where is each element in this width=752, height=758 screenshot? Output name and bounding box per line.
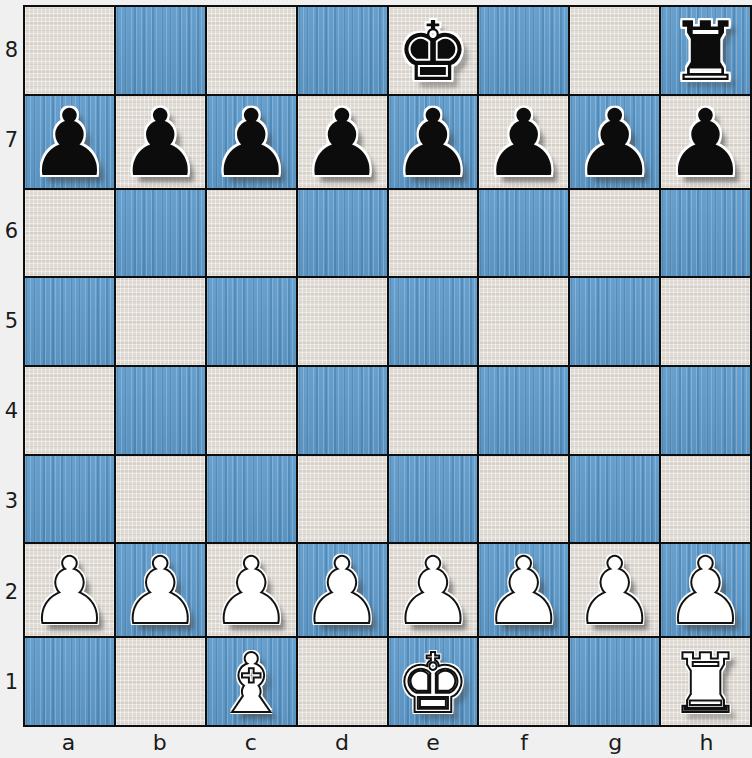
square-b3[interactable] <box>116 456 205 543</box>
black-pawn-g7[interactable]: ♟ <box>573 98 655 190</box>
square-d1[interactable] <box>298 638 387 725</box>
square-e6[interactable] <box>389 190 478 277</box>
white-pawn-f2[interactable]: ♟ <box>483 546 565 638</box>
square-h4[interactable] <box>661 367 750 454</box>
square-a6[interactable] <box>25 190 114 277</box>
square-d5[interactable] <box>298 278 387 365</box>
square-f7[interactable]: ♟ <box>479 96 568 188</box>
black-pawn-d7[interactable]: ♟ <box>301 98 383 190</box>
square-e3[interactable] <box>389 456 478 543</box>
square-d2[interactable]: ♟ <box>298 544 387 636</box>
black-pawn-f7[interactable]: ♟ <box>483 98 565 190</box>
square-f3[interactable] <box>479 456 568 543</box>
square-h7[interactable]: ♟ <box>661 96 750 188</box>
square-h3[interactable] <box>661 456 750 543</box>
square-b7[interactable]: ♟ <box>116 96 205 188</box>
file-coordinates: abcdefgh <box>23 727 752 758</box>
white-pawn-b2[interactable]: ♟ <box>119 546 201 638</box>
white-king-e1[interactable]: ♚ <box>396 643 470 725</box>
rank-label-6: 6 <box>0 186 23 276</box>
white-pawn-g2[interactable]: ♟ <box>573 546 655 638</box>
square-b1[interactable] <box>116 638 205 725</box>
square-d6[interactable] <box>298 190 387 277</box>
square-a4[interactable] <box>25 367 114 454</box>
file-label-e: e <box>388 727 479 758</box>
black-pawn-b7[interactable]: ♟ <box>119 98 201 190</box>
rank-label-8: 8 <box>0 5 23 95</box>
file-label-h: h <box>661 727 752 758</box>
square-a1[interactable] <box>25 638 114 725</box>
rank-label-3: 3 <box>0 456 23 546</box>
file-label-a: a <box>23 727 114 758</box>
file-label-b: b <box>114 727 205 758</box>
square-e7[interactable]: ♟ <box>389 96 478 188</box>
white-bishop-c1[interactable]: ♝ <box>214 643 288 725</box>
square-f6[interactable] <box>479 190 568 277</box>
white-rook-h1[interactable]: ♜ <box>669 643 743 725</box>
square-d8[interactable] <box>298 7 387 94</box>
square-e5[interactable] <box>389 278 478 365</box>
square-c4[interactable] <box>207 367 296 454</box>
square-d4[interactable] <box>298 367 387 454</box>
square-b4[interactable] <box>116 367 205 454</box>
chess-board: ♚♜♟♟♟♟♟♟♟♟♟♟♟♟♟♟♟♟♝♚♜ <box>23 5 752 727</box>
square-h8[interactable]: ♜ <box>661 7 750 94</box>
white-pawn-a2[interactable]: ♟ <box>28 546 110 638</box>
square-g5[interactable] <box>570 278 659 365</box>
square-f4[interactable] <box>479 367 568 454</box>
square-f8[interactable] <box>479 7 568 94</box>
rank-label-5: 5 <box>0 276 23 366</box>
square-d7[interactable]: ♟ <box>298 96 387 188</box>
square-b5[interactable] <box>116 278 205 365</box>
square-e2[interactable]: ♟ <box>389 544 478 636</box>
rank-label-4: 4 <box>0 366 23 456</box>
chess-diagram: 87654321 ♚♜♟♟♟♟♟♟♟♟♟♟♟♟♟♟♟♟♝♚♜ abcdefgh <box>0 0 752 758</box>
square-g2[interactable]: ♟ <box>570 544 659 636</box>
square-g8[interactable] <box>570 7 659 94</box>
file-label-f: f <box>479 727 570 758</box>
square-b2[interactable]: ♟ <box>116 544 205 636</box>
square-g7[interactable]: ♟ <box>570 96 659 188</box>
rank-coordinates: 87654321 <box>0 5 23 727</box>
square-a2[interactable]: ♟ <box>25 544 114 636</box>
white-pawn-d2[interactable]: ♟ <box>301 546 383 638</box>
square-f1[interactable] <box>479 638 568 725</box>
square-h2[interactable]: ♟ <box>661 544 750 636</box>
square-c7[interactable]: ♟ <box>207 96 296 188</box>
white-pawn-h2[interactable]: ♟ <box>664 546 746 638</box>
square-h5[interactable] <box>661 278 750 365</box>
square-f2[interactable]: ♟ <box>479 544 568 636</box>
black-pawn-c7[interactable]: ♟ <box>210 98 292 190</box>
square-c3[interactable] <box>207 456 296 543</box>
square-f5[interactable] <box>479 278 568 365</box>
square-h1[interactable]: ♜ <box>661 638 750 725</box>
square-g6[interactable] <box>570 190 659 277</box>
square-g4[interactable] <box>570 367 659 454</box>
square-d3[interactable] <box>298 456 387 543</box>
square-e4[interactable] <box>389 367 478 454</box>
file-label-g: g <box>570 727 661 758</box>
square-g3[interactable] <box>570 456 659 543</box>
square-a3[interactable] <box>25 456 114 543</box>
square-e1[interactable]: ♚ <box>389 638 478 725</box>
rank-label-2: 2 <box>0 547 23 637</box>
file-label-c: c <box>205 727 296 758</box>
black-pawn-a7[interactable]: ♟ <box>28 98 110 190</box>
square-b8[interactable] <box>116 7 205 94</box>
square-c5[interactable] <box>207 278 296 365</box>
square-c1[interactable]: ♝ <box>207 638 296 725</box>
black-pawn-e7[interactable]: ♟ <box>392 98 474 190</box>
black-rook-h8[interactable]: ♜ <box>669 11 743 93</box>
square-c2[interactable]: ♟ <box>207 544 296 636</box>
square-a8[interactable] <box>25 7 114 94</box>
black-pawn-h7[interactable]: ♟ <box>664 98 746 190</box>
square-h6[interactable] <box>661 190 750 277</box>
square-a7[interactable]: ♟ <box>25 96 114 188</box>
black-king-e8[interactable]: ♚ <box>396 11 470 93</box>
white-pawn-e2[interactable]: ♟ <box>392 546 474 638</box>
square-b6[interactable] <box>116 190 205 277</box>
square-g1[interactable] <box>570 638 659 725</box>
rank-label-1: 1 <box>0 637 23 727</box>
file-label-d: d <box>296 727 387 758</box>
square-e8[interactable]: ♚ <box>389 7 478 94</box>
rank-label-7: 7 <box>0 95 23 185</box>
white-pawn-c2[interactable]: ♟ <box>210 546 292 638</box>
square-c6[interactable] <box>207 190 296 277</box>
square-c8[interactable] <box>207 7 296 94</box>
square-a5[interactable] <box>25 278 114 365</box>
